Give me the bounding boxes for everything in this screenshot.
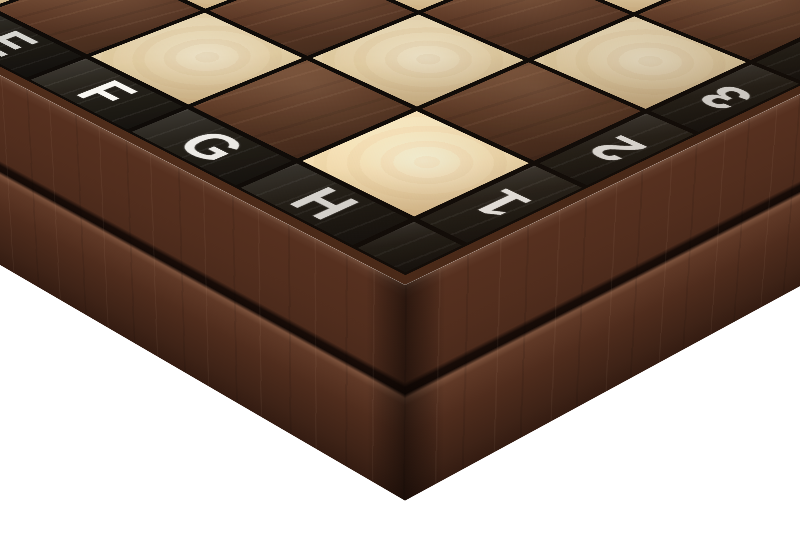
chessboard-corner-photo: 87654321ABCDEFGH [0, 0, 800, 533]
file-letter-glyph: F [65, 75, 148, 111]
rank-number-glyph: 3 [687, 80, 764, 115]
rank-number-glyph: 2 [577, 130, 657, 167]
rank-number-glyph: 1 [459, 184, 543, 224]
